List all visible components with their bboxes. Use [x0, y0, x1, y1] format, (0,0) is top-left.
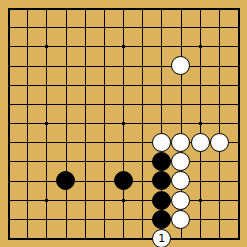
intersection[interactable]	[190, 229, 209, 247]
intersection[interactable]	[171, 152, 190, 171]
intersection[interactable]	[190, 56, 209, 75]
intersection[interactable]	[56, 133, 75, 152]
intersection[interactable]	[37, 18, 56, 37]
intersection[interactable]	[18, 133, 37, 152]
intersection[interactable]	[133, 190, 152, 209]
intersection[interactable]	[229, 114, 247, 133]
intersection[interactable]	[76, 229, 95, 247]
intersection[interactable]	[190, 114, 209, 133]
intersection[interactable]	[18, 171, 37, 190]
intersection[interactable]	[190, 18, 209, 37]
intersection[interactable]	[114, 18, 133, 37]
intersection[interactable]	[210, 229, 229, 247]
intersection[interactable]	[210, 210, 229, 229]
intersection[interactable]	[210, 0, 229, 18]
intersection[interactable]	[76, 190, 95, 209]
intersection[interactable]	[18, 210, 37, 229]
intersection[interactable]	[210, 37, 229, 56]
intersection[interactable]	[0, 76, 18, 95]
intersection[interactable]	[190, 171, 209, 190]
intersection[interactable]	[37, 210, 56, 229]
intersection[interactable]	[0, 37, 18, 56]
intersection[interactable]: 1	[152, 229, 171, 247]
intersection[interactable]	[171, 171, 190, 190]
intersection[interactable]	[56, 76, 75, 95]
intersection[interactable]	[114, 133, 133, 152]
intersection[interactable]	[76, 76, 95, 95]
intersection[interactable]	[190, 0, 209, 18]
intersection[interactable]	[229, 95, 247, 114]
intersection[interactable]	[76, 18, 95, 37]
intersection[interactable]	[133, 18, 152, 37]
intersection[interactable]	[190, 95, 209, 114]
intersection[interactable]	[171, 18, 190, 37]
intersection[interactable]	[56, 18, 75, 37]
intersection[interactable]	[133, 152, 152, 171]
intersection[interactable]	[56, 152, 75, 171]
intersection[interactable]	[37, 56, 56, 75]
intersection[interactable]	[95, 152, 114, 171]
intersection[interactable]	[18, 114, 37, 133]
intersection[interactable]	[171, 229, 190, 247]
intersection[interactable]	[210, 114, 229, 133]
black-stone	[56, 171, 75, 190]
intersection[interactable]	[133, 229, 152, 247]
intersection[interactable]	[18, 18, 37, 37]
intersection[interactable]	[76, 114, 95, 133]
intersection[interactable]	[210, 152, 229, 171]
black-stone	[152, 191, 171, 210]
intersection[interactable]	[37, 0, 56, 18]
intersection[interactable]	[18, 190, 37, 209]
white-stone	[171, 133, 190, 152]
intersection[interactable]	[229, 18, 247, 37]
intersection[interactable]	[95, 114, 114, 133]
intersection[interactable]	[171, 190, 190, 209]
intersection[interactable]	[133, 76, 152, 95]
intersection[interactable]	[0, 18, 18, 37]
intersection[interactable]	[18, 152, 37, 171]
intersection[interactable]	[56, 95, 75, 114]
intersection[interactable]	[210, 171, 229, 190]
intersection[interactable]	[76, 0, 95, 18]
intersection[interactable]	[114, 171, 133, 190]
intersection[interactable]	[152, 95, 171, 114]
intersection[interactable]	[114, 56, 133, 75]
intersection[interactable]	[95, 171, 114, 190]
intersection[interactable]	[152, 0, 171, 18]
white-stone	[171, 191, 190, 210]
intersection[interactable]	[171, 37, 190, 56]
black-stone	[114, 171, 133, 190]
intersection[interactable]	[37, 152, 56, 171]
intersection[interactable]	[171, 0, 190, 18]
intersection[interactable]	[152, 56, 171, 75]
intersection[interactable]	[0, 0, 18, 18]
intersection[interactable]	[114, 210, 133, 229]
intersection[interactable]	[190, 76, 209, 95]
intersection[interactable]	[0, 171, 18, 190]
intersection[interactable]	[76, 210, 95, 229]
intersection[interactable]	[190, 152, 209, 171]
intersection[interactable]	[229, 210, 247, 229]
intersection[interactable]	[95, 0, 114, 18]
intersection[interactable]	[56, 56, 75, 75]
intersection[interactable]	[76, 133, 95, 152]
intersection[interactable]	[95, 190, 114, 209]
intersection[interactable]	[76, 56, 95, 75]
intersection[interactable]	[133, 95, 152, 114]
intersection[interactable]	[152, 133, 171, 152]
intersection[interactable]	[37, 190, 56, 209]
intersection[interactable]	[76, 95, 95, 114]
intersection[interactable]	[229, 152, 247, 171]
intersection[interactable]	[190, 210, 209, 229]
intersection[interactable]	[114, 114, 133, 133]
intersection[interactable]	[114, 76, 133, 95]
intersection[interactable]	[152, 114, 171, 133]
intersection[interactable]	[152, 210, 171, 229]
intersection[interactable]	[56, 210, 75, 229]
intersection[interactable]	[114, 95, 133, 114]
white-stone-move-1: 1	[152, 229, 171, 247]
intersection[interactable]	[210, 133, 229, 152]
intersection[interactable]	[190, 133, 209, 152]
intersection[interactable]	[37, 76, 56, 95]
intersection[interactable]	[171, 95, 190, 114]
intersection[interactable]	[133, 171, 152, 190]
intersection[interactable]	[229, 56, 247, 75]
black-stone	[152, 171, 171, 190]
go-board[interactable]: 1	[0, 0, 247, 247]
intersection[interactable]	[0, 95, 18, 114]
intersection[interactable]	[133, 0, 152, 18]
intersection[interactable]	[18, 76, 37, 95]
intersection[interactable]	[152, 190, 171, 209]
intersection[interactable]	[18, 95, 37, 114]
intersection[interactable]	[95, 37, 114, 56]
intersection[interactable]	[56, 37, 75, 56]
intersection[interactable]	[229, 171, 247, 190]
intersection[interactable]	[171, 56, 190, 75]
intersection[interactable]	[114, 229, 133, 247]
intersection[interactable]	[152, 171, 171, 190]
intersection[interactable]	[133, 210, 152, 229]
intersection[interactable]	[76, 37, 95, 56]
intersection[interactable]	[18, 0, 37, 18]
intersection[interactable]	[190, 190, 209, 209]
intersection[interactable]	[0, 133, 18, 152]
intersection[interactable]	[37, 114, 56, 133]
intersection[interactable]	[229, 37, 247, 56]
intersection[interactable]	[114, 152, 133, 171]
intersection[interactable]	[133, 114, 152, 133]
intersection[interactable]	[229, 0, 247, 18]
white-stone	[171, 171, 190, 190]
intersection[interactable]	[18, 56, 37, 75]
white-stone	[171, 56, 190, 75]
intersection[interactable]	[95, 76, 114, 95]
intersection[interactable]	[56, 0, 75, 18]
intersection[interactable]	[37, 133, 56, 152]
black-stone	[152, 210, 171, 229]
intersection[interactable]	[133, 133, 152, 152]
intersection[interactable]	[229, 133, 247, 152]
intersection[interactable]	[37, 95, 56, 114]
intersection[interactable]	[95, 133, 114, 152]
intersection[interactable]	[229, 76, 247, 95]
intersection[interactable]	[210, 95, 229, 114]
intersection[interactable]	[171, 114, 190, 133]
intersection[interactable]	[18, 37, 37, 56]
white-stone	[171, 152, 190, 171]
intersection[interactable]	[210, 190, 229, 209]
intersection[interactable]	[152, 37, 171, 56]
white-stone	[191, 133, 210, 152]
intersection[interactable]	[0, 210, 18, 229]
intersection[interactable]	[37, 229, 56, 247]
white-stone	[171, 210, 190, 229]
white-stone	[152, 133, 171, 152]
intersection[interactable]	[56, 114, 75, 133]
intersection[interactable]	[210, 18, 229, 37]
intersection[interactable]	[18, 229, 37, 247]
intersection[interactable]	[95, 210, 114, 229]
move-number-label: 1	[158, 233, 165, 244]
white-stone	[210, 133, 229, 152]
intersection[interactable]	[56, 229, 75, 247]
intersection[interactable]	[0, 114, 18, 133]
intersection[interactable]	[133, 37, 152, 56]
intersection[interactable]	[152, 76, 171, 95]
intersection[interactable]	[37, 37, 56, 56]
intersection[interactable]	[152, 18, 171, 37]
board-grid: 1	[0, 0, 247, 247]
intersection[interactable]	[114, 0, 133, 18]
intersection[interactable]	[114, 190, 133, 209]
intersection[interactable]	[95, 18, 114, 37]
intersection[interactable]	[171, 210, 190, 229]
intersection[interactable]	[95, 56, 114, 75]
intersection[interactable]	[0, 190, 18, 209]
intersection[interactable]	[210, 56, 229, 75]
intersection[interactable]	[114, 37, 133, 56]
intersection[interactable]	[76, 171, 95, 190]
intersection[interactable]	[56, 190, 75, 209]
intersection[interactable]	[171, 133, 190, 152]
intersection[interactable]	[210, 76, 229, 95]
black-stone	[152, 152, 171, 171]
intersection[interactable]	[95, 95, 114, 114]
intersection[interactable]	[190, 37, 209, 56]
intersection[interactable]	[0, 56, 18, 75]
intersection[interactable]	[133, 56, 152, 75]
intersection[interactable]	[229, 190, 247, 209]
intersection[interactable]	[95, 229, 114, 247]
intersection[interactable]	[171, 76, 190, 95]
intersection[interactable]	[56, 171, 75, 190]
intersection[interactable]	[229, 229, 247, 247]
intersection[interactable]	[76, 152, 95, 171]
intersection[interactable]	[152, 152, 171, 171]
intersection[interactable]	[37, 171, 56, 190]
intersection[interactable]	[0, 152, 18, 171]
intersection[interactable]	[0, 229, 18, 247]
